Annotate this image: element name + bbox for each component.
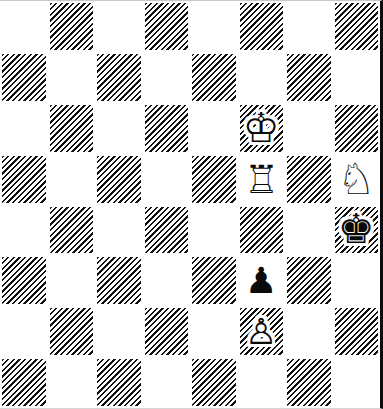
square-c3 [95, 255, 143, 306]
square-e6 [190, 103, 238, 154]
piece-white-king: ♔ [243, 108, 280, 149]
square-f3: ♟ [238, 255, 286, 306]
square-h6 [333, 103, 381, 154]
square-a6 [0, 103, 48, 154]
square-h2 [333, 306, 381, 357]
square-d2 [143, 306, 191, 357]
square-b5 [48, 154, 96, 205]
square-b7 [48, 52, 96, 103]
chess-board: ♔♖♘♚♟♙ [0, 1, 380, 408]
square-d4 [143, 205, 191, 256]
square-h5: ♘ [333, 154, 381, 205]
square-f4 [238, 205, 286, 256]
square-d3 [143, 255, 191, 306]
square-c6 [95, 103, 143, 154]
square-f7 [238, 52, 286, 103]
square-d5 [143, 154, 191, 205]
square-a3 [0, 255, 48, 306]
square-a5 [0, 154, 48, 205]
square-g7 [285, 52, 333, 103]
square-c4 [95, 205, 143, 256]
piece-white-knight: ♘ [337, 158, 376, 201]
square-e7 [190, 52, 238, 103]
square-b4 [48, 205, 96, 256]
square-e8 [190, 1, 238, 52]
square-g5 [285, 154, 333, 205]
piece-white-rook: ♖ [244, 160, 279, 199]
square-d6 [143, 103, 191, 154]
square-b2 [48, 306, 96, 357]
square-a2 [0, 306, 48, 357]
square-f8 [238, 1, 286, 52]
square-g2 [285, 306, 333, 357]
square-c8 [95, 1, 143, 52]
square-f2: ♙ [238, 306, 286, 357]
square-f6: ♔ [238, 103, 286, 154]
square-b3 [48, 255, 96, 306]
square-g1 [285, 357, 333, 408]
square-d1 [143, 357, 191, 408]
square-h3 [333, 255, 381, 306]
square-g6 [285, 103, 333, 154]
square-b1 [48, 357, 96, 408]
square-d8 [143, 1, 191, 52]
square-g8 [285, 1, 333, 52]
square-e2 [190, 306, 238, 357]
square-b6 [48, 103, 96, 154]
square-e3 [190, 255, 238, 306]
square-c1 [95, 357, 143, 408]
square-f1 [238, 357, 286, 408]
square-h8 [333, 1, 381, 52]
square-c7 [95, 52, 143, 103]
square-f5: ♖ [238, 154, 286, 205]
square-g4 [285, 205, 333, 256]
square-a7 [0, 52, 48, 103]
board-frame: ♔♖♘♚♟♙ [0, 0, 383, 409]
square-h7 [333, 52, 381, 103]
square-e1 [190, 357, 238, 408]
square-e5 [190, 154, 238, 205]
square-a4 [0, 205, 48, 256]
square-a1 [0, 357, 48, 408]
square-g3 [285, 255, 333, 306]
piece-white-pawn: ♙ [245, 314, 277, 350]
piece-black-king: ♚ [338, 209, 375, 250]
square-h1 [333, 357, 381, 408]
square-b8 [48, 1, 96, 52]
diagram-page: ♔♖♘♚♟♙ [0, 0, 383, 409]
square-e4 [190, 205, 238, 256]
square-h4: ♚ [333, 205, 381, 256]
square-c5 [95, 154, 143, 205]
square-d7 [143, 52, 191, 103]
square-a8 [0, 1, 48, 52]
piece-black-pawn: ♟ [245, 263, 277, 299]
square-c2 [95, 306, 143, 357]
